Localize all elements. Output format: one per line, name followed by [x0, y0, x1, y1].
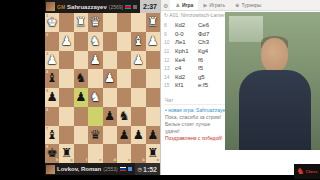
square-e7[interactable]: ♛ [88, 126, 102, 145]
file-label: a [157, 158, 159, 162]
pawn-icon: ♟ [175, 2, 179, 8]
move-number: 10 [164, 39, 175, 45]
square-g4[interactable] [59, 69, 73, 88]
square-h3[interactable]: ♟3 [45, 51, 59, 70]
white-pawn[interactable]: ♟ [147, 35, 158, 48]
square-h2[interactable]: 2 [45, 32, 59, 51]
square-b1[interactable] [131, 13, 145, 32]
move-white[interactable]: Ле1 [175, 39, 198, 45]
square-d2[interactable] [103, 32, 117, 51]
move-row: 12Ке4f6 [164, 55, 222, 64]
black-pawn[interactable]: ♟ [133, 129, 144, 142]
move-row: 15Кf1е:f5 [164, 81, 222, 90]
tab-game[interactable]: ♟ Игра [170, 0, 198, 10]
black-queen[interactable]: ♛ [90, 129, 101, 142]
side-panel: ⚙ ♟ Игра ▶ Играть ♚ Турниры ↻ A01: Nimzo… [160, 0, 320, 175]
square-d4[interactable]: ♟ [103, 69, 117, 88]
square-b4[interactable] [131, 69, 145, 88]
white-rook[interactable]: ♜ [147, 16, 158, 29]
black-pawn[interactable]: ♟ [47, 91, 58, 104]
move-number: 11 [164, 48, 175, 54]
square-g5[interactable] [59, 88, 73, 107]
move-row: 90-0Фd7 [164, 30, 222, 39]
tab-play[interactable]: ▶ Играть [198, 0, 230, 10]
azerbaijan-flag-icon [125, 5, 131, 9]
square-b7[interactable]: ♟ [131, 126, 145, 145]
square-g1[interactable] [59, 13, 73, 32]
square-c6[interactable]: ♞ [117, 107, 131, 126]
board[interactable]: ♚1♜♛♜2♟♞♝♟♟3♟♟♝4♞♟♟5♟♞6♟♞♝7♛♟♟♟♚8h♜gfedc… [45, 13, 160, 163]
move-row: 10Ле1Сh3 [164, 38, 222, 47]
move-row: 14Кd2g5 [164, 73, 222, 82]
square-d1[interactable] [103, 13, 117, 32]
move-black[interactable]: f6 [198, 57, 221, 63]
black-bishop[interactable]: ♝ [47, 72, 58, 85]
square-h4[interactable]: ♝4 [45, 69, 59, 88]
file-label: e [99, 158, 101, 162]
black-pawn[interactable]: ♟ [118, 129, 129, 142]
square-g8[interactable]: ♜g [59, 144, 73, 163]
square-h8[interactable]: ♚8h [45, 144, 59, 163]
square-e4[interactable] [88, 69, 102, 88]
white-pawn[interactable]: ♟ [104, 72, 115, 85]
black-pawn[interactable]: ♟ [104, 110, 115, 123]
move-number: 13 [164, 65, 175, 71]
webcam-feed [225, 12, 320, 150]
rank-label: 4 [46, 70, 48, 74]
white-rook[interactable]: ♜ [75, 16, 86, 29]
move-list[interactable]: 8Кd2Сe690-0Фd710Ле1Сh311Крh1Кg412Ке4f613… [164, 21, 222, 90]
square-h5[interactable]: ♟5 [45, 88, 59, 107]
black-knight[interactable]: ♞ [75, 72, 86, 85]
stream-frame: GM Sahruazzayev (2569) 2:37 ♚1♜♛♜2♟♞♝♟♟3… [0, 0, 320, 180]
move-black[interactable]: Сe6 [198, 22, 221, 28]
square-h7[interactable]: ♝7 [45, 126, 59, 145]
rank-label: 7 [46, 127, 48, 131]
square-f5[interactable]: ♟ [74, 88, 88, 107]
square-f4[interactable]: ♞ [74, 69, 88, 88]
black-knight[interactable]: ♞ [118, 110, 129, 123]
king-icon: ♚ [235, 2, 239, 8]
white-knight[interactable]: ♞ [90, 35, 101, 48]
square-f2[interactable] [74, 32, 88, 51]
file-label: d [113, 158, 115, 162]
file-label: g [70, 158, 72, 162]
move-white[interactable]: Кf1 [175, 82, 198, 88]
square-g7[interactable] [59, 126, 73, 145]
trophy-icon [133, 5, 137, 9]
square-d6[interactable]: ♟ [103, 107, 117, 126]
streamer-face [261, 38, 288, 72]
bottom-player-rating: (2553) [103, 166, 117, 172]
square-d8[interactable]: d [103, 144, 117, 163]
white-pawn[interactable]: ♟ [133, 54, 144, 67]
rank-label: 1 [46, 14, 48, 18]
square-b6[interactable] [131, 107, 145, 126]
square-e3[interactable]: ♟ [88, 51, 102, 70]
move-number: 8 [164, 22, 175, 28]
move-black[interactable]: Фd7 [198, 31, 221, 37]
file-label: b [142, 158, 144, 162]
white-queen[interactable]: ♛ [90, 16, 101, 29]
square-d7[interactable] [103, 126, 117, 145]
top-player-rating: (2569) [109, 4, 123, 10]
rank-label: 3 [46, 52, 48, 56]
square-c2[interactable] [117, 32, 131, 51]
square-e6[interactable] [88, 107, 102, 126]
square-b3[interactable]: ♟ [131, 51, 145, 70]
move-white[interactable]: 0-0 [175, 31, 198, 37]
square-g3[interactable] [59, 51, 73, 70]
file-label: c [128, 158, 130, 162]
square-b8[interactable]: b [131, 144, 145, 163]
square-b5[interactable] [131, 88, 145, 107]
square-d5[interactable] [103, 88, 117, 107]
room-window [229, 16, 263, 42]
top-player-bar: GM Sahruazzayev (2569) 2:37 [45, 0, 160, 13]
top-player-title: GM [57, 4, 65, 10]
rank-label: 8 [46, 145, 48, 149]
square-a4[interactable] [146, 69, 160, 88]
square-a3[interactable] [146, 51, 160, 70]
square-h1[interactable]: ♚1 [45, 13, 59, 32]
move-number: 14 [164, 74, 175, 80]
move-black[interactable]: Сh3 [198, 39, 221, 45]
square-b2[interactable]: ♝ [131, 32, 145, 51]
streamer-torso [239, 70, 311, 150]
move-black[interactable]: Кg4 [198, 48, 221, 54]
bottom-clock: ◷ 1:52 [135, 163, 160, 175]
white-pawn[interactable]: ♟ [90, 54, 101, 67]
square-e1[interactable]: ♛ [88, 13, 102, 32]
square-f1[interactable]: ♜ [74, 13, 88, 32]
top-clock: 2:37 [140, 0, 160, 13]
square-a1[interactable]: ♜ [146, 13, 160, 32]
move-white[interactable]: c4 [175, 65, 198, 71]
square-c4[interactable] [117, 69, 131, 88]
white-bishop[interactable]: ♝ [133, 35, 144, 48]
play-icon: ▶ [203, 2, 207, 8]
bottom-player-bar: Lovkov, Roman (2553) ◷ 1:52 [45, 163, 160, 175]
move-white[interactable]: Кd2 [175, 22, 198, 28]
red-knight-icon: ♞ [296, 167, 304, 176]
black-bishop[interactable]: ♝ [47, 129, 58, 142]
move-white[interactable]: Крh1 [175, 48, 198, 54]
tab-tournaments[interactable]: ♚ Турниры [230, 0, 266, 10]
file-label: f [86, 158, 87, 162]
square-f3[interactable] [74, 51, 88, 70]
opening-icon: ↻ [164, 12, 168, 18]
clock-icon: ◷ [138, 166, 142, 172]
square-a5[interactable] [146, 88, 160, 107]
badge-icon [128, 167, 132, 171]
rank-label: 6 [46, 108, 48, 112]
move-row: 13c4f5 [164, 64, 222, 73]
square-a7[interactable]: ♟ [146, 126, 160, 145]
square-f8[interactable]: f [74, 144, 88, 163]
rank-label: 2 [46, 33, 48, 37]
top-player-name[interactable]: Sahruazzayev [67, 4, 107, 10]
gear-icon[interactable]: ⚙ [161, 2, 170, 9]
square-a2[interactable]: ♟ [146, 32, 160, 51]
square-f7[interactable] [74, 126, 88, 145]
move-number: 9 [164, 31, 175, 37]
move-white[interactable]: Ке4 [175, 57, 198, 63]
top-player-avatar[interactable] [46, 2, 55, 11]
square-e8[interactable]: e [88, 144, 102, 163]
square-g2[interactable]: ♟ [59, 32, 73, 51]
panel-tab-bar: ⚙ ♟ Игра ▶ Играть ♚ Турниры [161, 0, 320, 11]
square-d3[interactable] [103, 51, 117, 70]
bottom-player-avatar[interactable] [46, 165, 55, 174]
move-black[interactable]: g5 [198, 74, 221, 80]
move-black[interactable]: f5 [198, 65, 221, 71]
bottom-player-name[interactable]: Lovkov, Roman [57, 166, 101, 172]
black-pawn[interactable]: ♟ [147, 129, 158, 142]
square-c7[interactable]: ♟ [117, 126, 131, 145]
white-king[interactable]: ♚ [47, 16, 58, 29]
square-a8[interactable]: ♜a [146, 144, 160, 163]
square-e2[interactable]: ♞ [88, 32, 102, 51]
white-pawn[interactable]: ♟ [61, 35, 72, 48]
russia-flag-icon [120, 167, 126, 171]
move-row: 8Кd2Сe6 [164, 21, 222, 30]
channel-logo-text: Chess [306, 169, 318, 174]
square-a6[interactable] [146, 107, 160, 126]
square-f6[interactable] [74, 107, 88, 126]
square-g6[interactable] [59, 107, 73, 126]
square-e5[interactable]: ♞ [88, 88, 102, 107]
channel-logo: ♞ Chess [294, 164, 320, 179]
white-knight[interactable]: ♞ [90, 91, 101, 104]
move-white[interactable]: Кd2 [175, 74, 198, 80]
black-pawn[interactable]: ♟ [75, 91, 86, 104]
move-number: 15 [164, 82, 175, 88]
move-black[interactable]: е:f5 [198, 82, 221, 88]
move-number: 12 [164, 57, 175, 63]
square-c8[interactable]: c [117, 144, 131, 163]
rank-label: 5 [46, 89, 48, 93]
white-pawn[interactable]: ♟ [47, 54, 58, 67]
square-h6[interactable]: 6 [45, 107, 59, 126]
square-c5[interactable] [117, 88, 131, 107]
file-label: h [56, 158, 58, 162]
move-row: 11Крh1Кg4 [164, 47, 222, 56]
square-c1[interactable] [117, 13, 131, 32]
square-c3[interactable] [117, 51, 131, 70]
